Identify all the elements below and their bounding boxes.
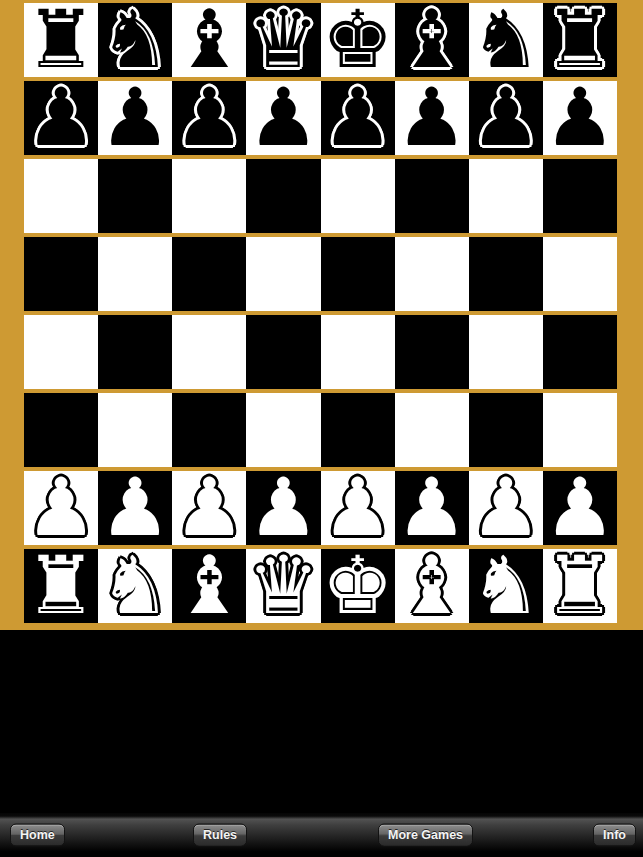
white-pawn[interactable]: ♟: [544, 471, 616, 545]
white-pawn[interactable]: ♟: [470, 471, 542, 545]
square-e8[interactable]: ♚: [321, 3, 395, 77]
black-pawn[interactable]: ♟: [25, 81, 97, 155]
white-pawn[interactable]: ♟: [173, 471, 245, 545]
square-d4[interactable]: [246, 315, 320, 389]
square-b8[interactable]: ♞: [98, 3, 172, 77]
white-knight[interactable]: ♞: [99, 549, 171, 623]
square-g8[interactable]: ♞: [469, 3, 543, 77]
square-d8[interactable]: ♛: [246, 3, 320, 77]
square-c5[interactable]: [172, 237, 246, 311]
square-a2[interactable]: ♟: [24, 471, 98, 545]
square-f3[interactable]: [395, 393, 469, 467]
square-b4[interactable]: [98, 315, 172, 389]
black-pawn[interactable]: ♟: [396, 81, 468, 155]
square-g2[interactable]: ♟: [469, 471, 543, 545]
square-d5[interactable]: [246, 237, 320, 311]
black-queen[interactable]: ♛: [248, 3, 320, 77]
square-f8[interactable]: ♝: [395, 3, 469, 77]
square-d6[interactable]: [246, 159, 320, 233]
app-screen: ♜♞♝♛♚♝♞♜♟♟♟♟♟♟♟♟♟♟♟♟♟♟♟♟♜♞♝♛♚♝♞♜ Home Ru…: [0, 0, 643, 857]
square-g5[interactable]: [469, 237, 543, 311]
black-pawn[interactable]: ♟: [99, 81, 171, 155]
square-b6[interactable]: [98, 159, 172, 233]
square-h6[interactable]: [543, 159, 617, 233]
square-f5[interactable]: [395, 237, 469, 311]
white-pawn[interactable]: ♟: [322, 471, 394, 545]
square-e3[interactable]: [321, 393, 395, 467]
white-knight[interactable]: ♞: [470, 549, 542, 623]
square-a5[interactable]: [24, 237, 98, 311]
square-e5[interactable]: [321, 237, 395, 311]
square-b5[interactable]: [98, 237, 172, 311]
white-pawn[interactable]: ♟: [248, 471, 320, 545]
chess-board: ♜♞♝♛♚♝♞♜♟♟♟♟♟♟♟♟♟♟♟♟♟♟♟♟♜♞♝♛♚♝♞♜: [0, 0, 643, 630]
info-button[interactable]: Info: [593, 824, 636, 847]
square-a7[interactable]: ♟: [24, 81, 98, 155]
square-c6[interactable]: [172, 159, 246, 233]
square-f4[interactable]: [395, 315, 469, 389]
square-b7[interactable]: ♟: [98, 81, 172, 155]
square-h2[interactable]: ♟: [543, 471, 617, 545]
square-d1[interactable]: ♛: [246, 549, 320, 623]
square-d7[interactable]: ♟: [246, 81, 320, 155]
white-bishop[interactable]: ♝: [396, 549, 468, 623]
black-pawn[interactable]: ♟: [544, 81, 616, 155]
square-c4[interactable]: [172, 315, 246, 389]
square-g6[interactable]: [469, 159, 543, 233]
square-c8[interactable]: ♝: [172, 3, 246, 77]
black-bishop[interactable]: ♝: [396, 3, 468, 77]
square-g1[interactable]: ♞: [469, 549, 543, 623]
black-rook[interactable]: ♜: [25, 3, 97, 77]
square-e2[interactable]: ♟: [321, 471, 395, 545]
square-e1[interactable]: ♚: [321, 549, 395, 623]
white-rook[interactable]: ♜: [25, 549, 97, 623]
white-pawn[interactable]: ♟: [25, 471, 97, 545]
square-a1[interactable]: ♜: [24, 549, 98, 623]
black-knight[interactable]: ♞: [99, 3, 171, 77]
rules-button[interactable]: Rules: [193, 824, 247, 847]
black-knight[interactable]: ♞: [470, 3, 542, 77]
square-a6[interactable]: [24, 159, 98, 233]
square-a8[interactable]: ♜: [24, 3, 98, 77]
black-bishop[interactable]: ♝: [173, 3, 245, 77]
square-h1[interactable]: ♜: [543, 549, 617, 623]
white-king[interactable]: ♚: [322, 549, 394, 623]
square-d2[interactable]: ♟: [246, 471, 320, 545]
black-rook[interactable]: ♜: [544, 3, 616, 77]
white-pawn[interactable]: ♟: [396, 471, 468, 545]
black-pawn[interactable]: ♟: [470, 81, 542, 155]
square-f7[interactable]: ♟: [395, 81, 469, 155]
square-c7[interactable]: ♟: [172, 81, 246, 155]
square-g4[interactable]: [469, 315, 543, 389]
square-b2[interactable]: ♟: [98, 471, 172, 545]
square-d3[interactable]: [246, 393, 320, 467]
square-f1[interactable]: ♝: [395, 549, 469, 623]
square-f6[interactable]: [395, 159, 469, 233]
black-king[interactable]: ♚: [322, 3, 394, 77]
square-f2[interactable]: ♟: [395, 471, 469, 545]
square-h7[interactable]: ♟: [543, 81, 617, 155]
black-pawn[interactable]: ♟: [173, 81, 245, 155]
white-queen[interactable]: ♛: [248, 549, 320, 623]
square-e6[interactable]: [321, 159, 395, 233]
more-games-button[interactable]: More Games: [378, 824, 473, 847]
square-g3[interactable]: [469, 393, 543, 467]
white-pawn[interactable]: ♟: [99, 471, 171, 545]
square-h8[interactable]: ♜: [543, 3, 617, 77]
square-c3[interactable]: [172, 393, 246, 467]
square-a4[interactable]: [24, 315, 98, 389]
square-a3[interactable]: [24, 393, 98, 467]
square-e4[interactable]: [321, 315, 395, 389]
square-b3[interactable]: [98, 393, 172, 467]
black-pawn[interactable]: ♟: [322, 81, 394, 155]
square-h3[interactable]: [543, 393, 617, 467]
bottom-toolbar: Home Rules More Games Info: [0, 813, 643, 857]
square-e7[interactable]: ♟: [321, 81, 395, 155]
square-h4[interactable]: [543, 315, 617, 389]
home-button[interactable]: Home: [10, 824, 65, 847]
white-bishop[interactable]: ♝: [173, 549, 245, 623]
square-g7[interactable]: ♟: [469, 81, 543, 155]
black-pawn[interactable]: ♟: [248, 81, 320, 155]
square-h5[interactable]: [543, 237, 617, 311]
square-c1[interactable]: ♝: [172, 549, 246, 623]
square-c2[interactable]: ♟: [172, 471, 246, 545]
square-b1[interactable]: ♞: [98, 549, 172, 623]
white-rook[interactable]: ♜: [544, 549, 616, 623]
